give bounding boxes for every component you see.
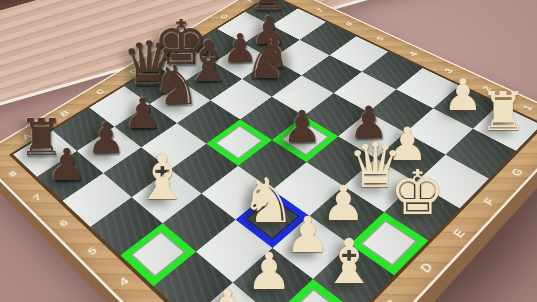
black-knight[interactable]: ♞ xyxy=(244,33,292,87)
black-pawn[interactable]: ♟ xyxy=(282,105,322,149)
white-king[interactable]: ♚ xyxy=(390,162,446,224)
white-pawn[interactable]: ♟ xyxy=(443,73,482,117)
black-pawn[interactable]: ♟ xyxy=(87,117,126,160)
chess-app-screenshot: ABCDEFGH ABCDEFGH 87654321 87654321 ♜♟♟♟… xyxy=(0,0,537,302)
white-pawn[interactable]: ♟ xyxy=(246,246,292,297)
white-pawn[interactable]: ♟ xyxy=(204,283,251,302)
black-pawn[interactable]: ♟ xyxy=(47,143,87,187)
white-bishop[interactable]: ♝ xyxy=(134,147,190,209)
black-pawn[interactable]: ♟ xyxy=(124,93,162,135)
white-bishop[interactable]: ♝ xyxy=(321,231,377,293)
white-rook[interactable]: ♜ xyxy=(479,85,527,139)
